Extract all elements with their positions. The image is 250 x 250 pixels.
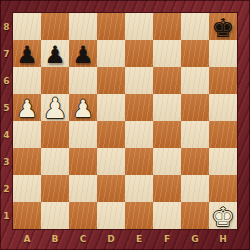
square-b7[interactable]: ♟ [41, 40, 69, 67]
square-a2[interactable] [13, 175, 41, 202]
square-e2[interactable] [125, 175, 153, 202]
square-d3[interactable] [97, 148, 125, 175]
square-a8[interactable] [13, 13, 41, 40]
file-label-g: G [181, 230, 209, 247]
square-h7[interactable] [209, 40, 237, 67]
white-pawn-c5[interactable]: ♟ [72, 97, 94, 121]
file-label-e: E [125, 230, 153, 247]
file-label-b: B [41, 230, 69, 247]
square-h5[interactable] [209, 94, 237, 121]
square-g4[interactable] [181, 121, 209, 148]
square-a3[interactable] [13, 148, 41, 175]
square-b1[interactable] [41, 202, 69, 229]
square-c8[interactable] [69, 13, 97, 40]
square-d8[interactable] [97, 13, 125, 40]
square-f8[interactable] [153, 13, 181, 40]
rank-label-8: 8 [0, 13, 13, 40]
square-h3[interactable] [209, 148, 237, 175]
square-e4[interactable] [125, 121, 153, 148]
black-pawn-c7[interactable]: ♟ [72, 43, 94, 67]
rank-label-7: 7 [0, 40, 13, 67]
square-c2[interactable] [69, 175, 97, 202]
black-pawn-a7[interactable]: ♟ [16, 43, 38, 67]
white-king-h1[interactable]: ♚ [211, 204, 234, 230]
square-f4[interactable] [153, 121, 181, 148]
square-a5[interactable]: ♟ [13, 94, 41, 121]
square-a7[interactable]: ♟ [13, 40, 41, 67]
square-a6[interactable] [13, 67, 41, 94]
square-b4[interactable] [41, 121, 69, 148]
square-c3[interactable] [69, 148, 97, 175]
square-h4[interactable] [209, 121, 237, 148]
square-f5[interactable] [153, 94, 181, 121]
square-d7[interactable] [97, 40, 125, 67]
square-b5[interactable]: ♟ [41, 94, 69, 121]
square-g1[interactable] [181, 202, 209, 229]
square-g5[interactable] [181, 94, 209, 121]
square-e5[interactable] [125, 94, 153, 121]
square-f1[interactable] [153, 202, 181, 229]
rank-label-2: 2 [0, 175, 13, 202]
file-label-c: C [69, 230, 97, 247]
square-e8[interactable] [125, 13, 153, 40]
square-h8[interactable]: ♚ [209, 13, 237, 40]
rank-label-3: 3 [0, 148, 13, 175]
chessboard: ♚♟♟♟♟♟♟♚ [13, 13, 237, 229]
square-d4[interactable] [97, 121, 125, 148]
file-label-d: D [97, 230, 125, 247]
square-c5[interactable]: ♟ [69, 94, 97, 121]
square-e6[interactable] [125, 67, 153, 94]
black-pawn-b7[interactable]: ♟ [44, 43, 66, 67]
square-h1[interactable]: ♚ [209, 202, 237, 229]
square-e1[interactable] [125, 202, 153, 229]
square-c7[interactable]: ♟ [69, 40, 97, 67]
square-f3[interactable] [153, 148, 181, 175]
square-g3[interactable] [181, 148, 209, 175]
square-d1[interactable] [97, 202, 125, 229]
square-b6[interactable] [41, 67, 69, 94]
square-d2[interactable] [97, 175, 125, 202]
white-pawn-a5[interactable]: ♟ [16, 97, 38, 121]
square-f7[interactable] [153, 40, 181, 67]
square-g2[interactable] [181, 175, 209, 202]
square-g8[interactable] [181, 13, 209, 40]
square-e7[interactable] [125, 40, 153, 67]
file-label-a: A [13, 230, 41, 247]
square-c4[interactable] [69, 121, 97, 148]
rank-label-5: 5 [0, 94, 13, 121]
square-h6[interactable] [209, 67, 237, 94]
square-e3[interactable] [125, 148, 153, 175]
square-d5[interactable] [97, 94, 125, 121]
square-g6[interactable] [181, 67, 209, 94]
square-a1[interactable] [13, 202, 41, 229]
file-label-f: F [153, 230, 181, 247]
chessboard-frame: ♚♟♟♟♟♟♟♚ 87654321 ABCDEFGH [0, 0, 250, 250]
square-h2[interactable] [209, 175, 237, 202]
square-d6[interactable] [97, 67, 125, 94]
black-king-h8[interactable]: ♚ [211, 15, 234, 41]
square-b3[interactable] [41, 148, 69, 175]
square-c1[interactable] [69, 202, 97, 229]
square-a4[interactable] [13, 121, 41, 148]
square-c6[interactable] [69, 67, 97, 94]
white-pawn-b5[interactable]: ♟ [42, 95, 67, 122]
file-label-h: H [209, 230, 237, 247]
square-f2[interactable] [153, 175, 181, 202]
rank-label-6: 6 [0, 67, 13, 94]
square-b8[interactable] [41, 13, 69, 40]
square-b2[interactable] [41, 175, 69, 202]
square-f6[interactable] [153, 67, 181, 94]
rank-label-1: 1 [0, 202, 13, 229]
rank-label-4: 4 [0, 121, 13, 148]
square-g7[interactable] [181, 40, 209, 67]
